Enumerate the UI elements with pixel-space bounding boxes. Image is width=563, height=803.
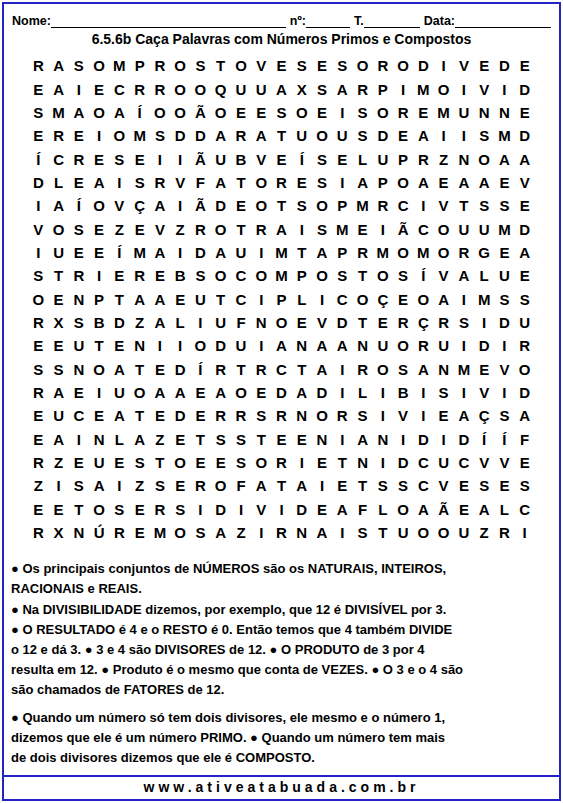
grid-cell[interactable]: A	[433, 287, 453, 310]
grid-cell[interactable]: T	[271, 194, 291, 217]
grid-cell[interactable]: N	[474, 101, 494, 124]
grid-cell[interactable]: F	[352, 498, 372, 521]
grid-cell[interactable]: V	[150, 217, 170, 240]
grid-cell[interactable]: S	[393, 474, 413, 497]
grid-cell[interactable]: O	[312, 404, 332, 427]
grid-cell[interactable]: S	[494, 404, 514, 427]
date-field-line[interactable]	[455, 15, 551, 28]
grid-cell[interactable]: S	[69, 311, 89, 334]
grid-cell[interactable]: A	[211, 241, 231, 264]
grid-cell[interactable]: F	[190, 171, 210, 194]
grid-cell[interactable]: C	[231, 287, 251, 310]
grid-cell[interactable]: Ú	[89, 521, 109, 544]
grid-cell[interactable]: I	[190, 311, 210, 334]
grid-cell[interactable]: E	[28, 124, 48, 147]
grid-cell[interactable]: E	[28, 334, 48, 357]
grid-cell[interactable]: R	[150, 77, 170, 100]
grid-cell[interactable]: E	[332, 474, 352, 497]
grid-cell[interactable]: I	[332, 521, 352, 544]
grid-cell[interactable]: Z	[433, 147, 453, 170]
grid-cell[interactable]: A	[170, 381, 190, 404]
grid-cell[interactable]: S	[454, 311, 474, 334]
grid-cell[interactable]: V	[494, 357, 514, 380]
grid-cell[interactable]: D	[312, 381, 332, 404]
grid-cell[interactable]: Q	[211, 77, 231, 100]
grid-cell[interactable]: V	[474, 451, 494, 474]
grid-cell[interactable]: B	[231, 147, 251, 170]
grid-cell[interactable]: S	[130, 451, 150, 474]
grid-cell[interactable]: E	[352, 217, 372, 240]
grid-cell[interactable]: O	[312, 194, 332, 217]
grid-cell[interactable]: Z	[109, 217, 129, 240]
grid-cell[interactable]: E	[433, 171, 453, 194]
grid-cell[interactable]: I	[454, 124, 474, 147]
grid-cell[interactable]: I	[474, 311, 494, 334]
grid-cell[interactable]: A	[474, 171, 494, 194]
grid-cell[interactable]: N	[130, 334, 150, 357]
grid-cell[interactable]: R	[130, 264, 150, 287]
grid-cell[interactable]: D	[28, 171, 48, 194]
grid-cell[interactable]: R	[231, 124, 251, 147]
grid-cell[interactable]: U	[332, 124, 352, 147]
grid-cell[interactable]: D	[515, 77, 535, 100]
grid-cell[interactable]: I	[433, 428, 453, 451]
grid-cell[interactable]: E	[515, 451, 535, 474]
grid-cell[interactable]: D	[454, 428, 474, 451]
grid-cell[interactable]: E	[494, 474, 514, 497]
grid-cell[interactable]: R	[130, 77, 150, 100]
grid-cell[interactable]: O	[211, 217, 231, 240]
grid-cell[interactable]: I	[109, 171, 129, 194]
grid-cell[interactable]: E	[515, 54, 535, 77]
grid-cell[interactable]: E	[190, 404, 210, 427]
grid-cell[interactable]: R	[413, 147, 433, 170]
grid-cell[interactable]: A	[211, 171, 231, 194]
grid-cell[interactable]: Í	[413, 264, 433, 287]
grid-cell[interactable]: U	[433, 334, 453, 357]
grid-cell[interactable]: A	[150, 241, 170, 264]
grid-cell[interactable]: I	[312, 474, 332, 497]
grid-cell[interactable]: E	[515, 194, 535, 217]
grid-cell[interactable]: V	[515, 171, 535, 194]
grid-cell[interactable]: R	[251, 217, 271, 240]
grid-cell[interactable]: S	[251, 404, 271, 427]
grid-cell[interactable]: Í	[109, 241, 129, 264]
grid-cell[interactable]: I	[454, 381, 474, 404]
grid-cell[interactable]: O	[515, 357, 535, 380]
grid-cell[interactable]: N	[352, 334, 372, 357]
grid-cell[interactable]: Z	[150, 428, 170, 451]
grid-cell[interactable]: E	[69, 451, 89, 474]
grid-cell[interactable]: T	[109, 287, 129, 310]
grid-cell[interactable]: O	[231, 381, 251, 404]
grid-cell[interactable]: A	[352, 171, 372, 194]
grid-cell[interactable]: B	[393, 381, 413, 404]
grid-cell[interactable]: D	[109, 311, 129, 334]
grid-cell[interactable]: I	[454, 77, 474, 100]
grid-cell[interactable]: Í	[494, 428, 514, 451]
grid-cell[interactable]: E	[48, 498, 68, 521]
grid-cell[interactable]: O	[393, 54, 413, 77]
grid-cell[interactable]: I	[109, 474, 129, 497]
grid-cell[interactable]: O	[190, 77, 210, 100]
grid-cell[interactable]: C	[454, 451, 474, 474]
grid-cell[interactable]: A	[69, 101, 89, 124]
grid-cell[interactable]: R	[332, 404, 352, 427]
grid-cell[interactable]: Z	[231, 521, 251, 544]
grid-cell[interactable]: R	[373, 54, 393, 77]
grid-cell[interactable]: O	[393, 498, 413, 521]
grid-cell[interactable]: I	[373, 404, 393, 427]
grid-cell[interactable]: S	[28, 264, 48, 287]
grid-cell[interactable]: O	[413, 287, 433, 310]
grid-cell[interactable]: A	[48, 77, 68, 100]
grid-cell[interactable]: D	[515, 124, 535, 147]
grid-cell[interactable]: I	[28, 194, 48, 217]
grid-cell[interactable]: T	[89, 334, 109, 357]
grid-cell[interactable]: A	[515, 147, 535, 170]
grid-cell[interactable]: E	[190, 381, 210, 404]
grid-cell[interactable]: O	[130, 381, 150, 404]
grid-cell[interactable]: I	[393, 77, 413, 100]
grid-cell[interactable]: T	[454, 194, 474, 217]
grid-cell[interactable]: E	[69, 381, 89, 404]
grid-cell[interactable]: T	[211, 54, 231, 77]
grid-cell[interactable]: S	[292, 194, 312, 217]
grid-cell[interactable]: R	[494, 521, 514, 544]
grid-cell[interactable]: Ã	[393, 217, 413, 240]
grid-cell[interactable]: A	[271, 217, 291, 240]
grid-cell[interactable]: V	[433, 474, 453, 497]
grid-cell[interactable]: N	[312, 428, 332, 451]
grid-cell[interactable]: U	[393, 521, 413, 544]
grid-cell[interactable]: A	[515, 241, 535, 264]
grid-cell[interactable]: S	[231, 428, 251, 451]
grid-cell[interactable]: I	[170, 241, 190, 264]
grid-cell[interactable]: C	[271, 357, 291, 380]
grid-cell[interactable]: E	[89, 404, 109, 427]
grid-cell[interactable]: E	[28, 498, 48, 521]
grid-cell[interactable]: C	[109, 77, 129, 100]
grid-cell[interactable]: I	[89, 264, 109, 287]
grid-cell[interactable]: N	[454, 147, 474, 170]
grid-cell[interactable]: D	[474, 334, 494, 357]
grid-cell[interactable]: R	[28, 451, 48, 474]
grid-cell[interactable]: E	[150, 404, 170, 427]
grid-cell[interactable]: V	[433, 264, 453, 287]
grid-cell[interactable]: R	[433, 311, 453, 334]
grid-cell[interactable]: I	[69, 428, 89, 451]
grid-cell[interactable]: S	[231, 451, 251, 474]
grid-cell[interactable]: A	[494, 147, 514, 170]
grid-cell[interactable]: I	[170, 334, 190, 357]
grid-cell[interactable]: R	[150, 171, 170, 194]
grid-cell[interactable]: A	[454, 264, 474, 287]
grid-cell[interactable]: R	[211, 404, 231, 427]
grid-cell[interactable]: U	[211, 311, 231, 334]
grid-cell[interactable]: O	[150, 101, 170, 124]
grid-cell[interactable]: P	[332, 194, 352, 217]
grid-cell[interactable]: U	[292, 124, 312, 147]
grid-cell[interactable]: V	[109, 194, 129, 217]
grid-cell[interactable]: I	[48, 474, 68, 497]
grid-cell[interactable]: A	[454, 404, 474, 427]
grid-cell[interactable]: A	[413, 357, 433, 380]
grid-cell[interactable]: E	[211, 451, 231, 474]
grid-cell[interactable]: A	[109, 101, 129, 124]
grid-cell[interactable]: N	[292, 334, 312, 357]
grid-cell[interactable]: I	[373, 217, 393, 240]
grid-cell[interactable]: C	[48, 147, 68, 170]
grid-cell[interactable]: V	[312, 311, 332, 334]
grid-cell[interactable]: S	[190, 521, 210, 544]
grid-cell[interactable]: D	[170, 124, 190, 147]
grid-cell[interactable]: F	[231, 311, 251, 334]
grid-cell[interactable]: O	[170, 101, 190, 124]
grid-cell[interactable]: S	[150, 124, 170, 147]
grid-cell[interactable]: A	[312, 357, 332, 380]
grid-cell[interactable]: E	[89, 217, 109, 240]
grid-cell[interactable]: M	[332, 217, 352, 240]
grid-cell[interactable]: R	[69, 147, 89, 170]
grid-cell[interactable]: A	[292, 474, 312, 497]
grid-cell[interactable]: N	[292, 404, 312, 427]
grid-cell[interactable]: D	[515, 381, 535, 404]
grid-cell[interactable]: I	[373, 451, 393, 474]
grid-cell[interactable]: C	[332, 287, 352, 310]
grid-cell[interactable]: T	[352, 311, 372, 334]
grid-cell[interactable]: O	[170, 77, 190, 100]
grid-cell[interactable]: E	[170, 287, 190, 310]
grid-cell[interactable]: A	[109, 357, 129, 380]
grid-cell[interactable]: S	[190, 264, 210, 287]
grid-cell[interactable]: E	[312, 498, 332, 521]
grid-cell[interactable]: S	[28, 101, 48, 124]
grid-cell[interactable]: A	[515, 404, 535, 427]
grid-cell[interactable]: E	[150, 357, 170, 380]
grid-cell[interactable]: S	[211, 428, 231, 451]
grid-cell[interactable]: U	[48, 404, 68, 427]
grid-cell[interactable]: M	[454, 357, 474, 380]
grid-cell[interactable]: G	[474, 241, 494, 264]
grid-cell[interactable]: V	[494, 451, 514, 474]
grid-cell[interactable]: A	[474, 498, 494, 521]
grid-cell[interactable]: D	[494, 54, 514, 77]
grid-cell[interactable]: O	[373, 264, 393, 287]
grid-cell[interactable]: A	[352, 428, 372, 451]
grid-cell[interactable]: U	[494, 264, 514, 287]
grid-cell[interactable]: N	[69, 287, 89, 310]
grid-cell[interactable]: E	[130, 217, 150, 240]
grid-cell[interactable]: S	[433, 381, 453, 404]
grid-cell[interactable]: N	[89, 428, 109, 451]
grid-cell[interactable]: V	[251, 147, 271, 170]
grid-cell[interactable]: E	[251, 381, 271, 404]
grid-cell[interactable]: Ç	[474, 404, 494, 427]
grid-cell[interactable]: M	[271, 264, 291, 287]
grid-cell[interactable]: S	[312, 77, 332, 100]
grid-cell[interactable]: L	[494, 498, 514, 521]
grid-cell[interactable]: T	[292, 357, 312, 380]
grid-cell[interactable]: V	[474, 381, 494, 404]
grid-cell[interactable]: I	[332, 381, 352, 404]
grid-cell[interactable]: S	[130, 171, 150, 194]
grid-cell[interactable]: E	[251, 101, 271, 124]
grid-cell[interactable]: A	[211, 521, 231, 544]
grid-cell[interactable]: O	[48, 217, 68, 240]
grid-cell[interactable]: I	[494, 77, 514, 100]
grid-cell[interactable]: L	[48, 171, 68, 194]
grid-cell[interactable]: D	[211, 498, 231, 521]
grid-cell[interactable]: S	[515, 287, 535, 310]
grid-cell[interactable]: L	[170, 311, 190, 334]
grid-cell[interactable]: I	[494, 381, 514, 404]
grid-cell[interactable]: Z	[474, 521, 494, 544]
grid-cell[interactable]: E	[69, 171, 89, 194]
grid-cell[interactable]: D	[211, 194, 231, 217]
grid-cell[interactable]: X	[48, 521, 68, 544]
grid-cell[interactable]: I	[251, 287, 271, 310]
grid-cell[interactable]: D	[211, 334, 231, 357]
grid-cell[interactable]: A	[454, 171, 474, 194]
grid-cell[interactable]: I	[170, 194, 190, 217]
grid-cell[interactable]: S	[69, 474, 89, 497]
grid-cell[interactable]: I	[89, 381, 109, 404]
grid-cell[interactable]: A	[312, 241, 332, 264]
grid-cell[interactable]: U	[89, 451, 109, 474]
grid-cell[interactable]: V	[28, 217, 48, 240]
grid-cell[interactable]: I	[170, 147, 190, 170]
grid-cell[interactable]: T	[231, 217, 251, 240]
grid-cell[interactable]: I	[150, 147, 170, 170]
grid-cell[interactable]: E	[28, 404, 48, 427]
grid-cell[interactable]: M	[413, 77, 433, 100]
grid-cell[interactable]: S	[109, 147, 129, 170]
grid-cell[interactable]: M	[48, 101, 68, 124]
grid-cell[interactable]: N	[373, 428, 393, 451]
grid-cell[interactable]: P	[271, 287, 291, 310]
grid-cell[interactable]: S	[271, 101, 291, 124]
grid-cell[interactable]: I	[413, 381, 433, 404]
grid-cell[interactable]: E	[373, 311, 393, 334]
grid-cell[interactable]: R	[271, 404, 291, 427]
grid-cell[interactable]: R	[393, 311, 413, 334]
grid-cell[interactable]: O	[190, 334, 210, 357]
grid-cell[interactable]: A	[48, 381, 68, 404]
grid-cell[interactable]: O	[393, 171, 413, 194]
grid-cell[interactable]: R	[352, 357, 372, 380]
grid-cell[interactable]: S	[109, 498, 129, 521]
grid-cell[interactable]: T	[352, 264, 372, 287]
grid-cell[interactable]: I	[332, 428, 352, 451]
grid-cell[interactable]: R	[109, 521, 129, 544]
grid-cell[interactable]: S	[373, 474, 393, 497]
grid-cell[interactable]: I	[393, 428, 413, 451]
grid-cell[interactable]: T	[292, 241, 312, 264]
grid-cell[interactable]: O	[28, 287, 48, 310]
grid-cell[interactable]: P	[373, 171, 393, 194]
grid-cell[interactable]: R	[28, 54, 48, 77]
grid-cell[interactable]: C	[413, 451, 433, 474]
grid-cell[interactable]: O	[170, 54, 190, 77]
grid-cell[interactable]: E	[130, 147, 150, 170]
grid-cell[interactable]: A	[332, 77, 352, 100]
grid-cell[interactable]: A	[109, 404, 129, 427]
grid-cell[interactable]: S	[393, 357, 413, 380]
grid-cell[interactable]: D	[393, 451, 413, 474]
grid-cell[interactable]: I	[433, 124, 453, 147]
grid-cell[interactable]: O	[271, 311, 291, 334]
grid-cell[interactable]: X	[48, 311, 68, 334]
grid-cell[interactable]: P	[130, 54, 150, 77]
grid-cell[interactable]: M	[494, 124, 514, 147]
grid-cell[interactable]: O	[170, 451, 190, 474]
grid-cell[interactable]: E	[89, 147, 109, 170]
grid-cell[interactable]: O	[292, 101, 312, 124]
grid-cell[interactable]: L	[292, 287, 312, 310]
grid-cell[interactable]: R	[515, 334, 535, 357]
grid-cell[interactable]: S	[312, 217, 332, 240]
grid-cell[interactable]: N	[251, 311, 271, 334]
grid-cell[interactable]: E	[89, 241, 109, 264]
grid-cell[interactable]: S	[190, 54, 210, 77]
grid-cell[interactable]: U	[251, 77, 271, 100]
grid-cell[interactable]: I	[190, 498, 210, 521]
grid-cell[interactable]: A	[251, 124, 271, 147]
grid-cell[interactable]: E	[48, 287, 68, 310]
grid-cell[interactable]: A	[150, 381, 170, 404]
grid-cell[interactable]: Í	[69, 194, 89, 217]
grid-cell[interactable]: U	[454, 217, 474, 240]
grid-cell[interactable]: I	[292, 217, 312, 240]
grid-cell[interactable]: N	[69, 357, 89, 380]
grid-cell[interactable]: O	[251, 264, 271, 287]
grid-cell[interactable]: C	[515, 498, 535, 521]
grid-cell[interactable]: E	[109, 264, 129, 287]
grid-cell[interactable]: Í	[292, 147, 312, 170]
grid-cell[interactable]: U	[515, 311, 535, 334]
grid-cell[interactable]: A	[48, 54, 68, 77]
grid-cell[interactable]: I	[231, 498, 251, 521]
grid-cell[interactable]: E	[292, 171, 312, 194]
grid-cell[interactable]: E	[292, 311, 312, 334]
grid-cell[interactable]: Z	[48, 451, 68, 474]
grid-cell[interactable]: M	[474, 287, 494, 310]
grid-cell[interactable]: U	[231, 77, 251, 100]
grid-cell[interactable]: E	[271, 428, 291, 451]
grid-cell[interactable]: R	[211, 357, 231, 380]
grid-cell[interactable]: T	[130, 357, 150, 380]
grid-cell[interactable]: A	[150, 311, 170, 334]
grid-cell[interactable]: D	[170, 357, 190, 380]
grid-cell[interactable]: O	[89, 194, 109, 217]
grid-cell[interactable]: S	[494, 287, 514, 310]
grid-cell[interactable]: I	[373, 381, 393, 404]
grid-cell[interactable]: O	[433, 241, 453, 264]
grid-cell[interactable]: L	[109, 428, 129, 451]
grid-cell[interactable]: A	[211, 124, 231, 147]
grid-cell[interactable]: R	[231, 404, 251, 427]
grid-cell[interactable]: E	[109, 451, 129, 474]
grid-cell[interactable]: I	[413, 194, 433, 217]
grid-cell[interactable]: I	[454, 287, 474, 310]
grid-cell[interactable]: A	[271, 77, 291, 100]
grid-cell[interactable]: M	[413, 241, 433, 264]
grid-cell[interactable]: O	[373, 101, 393, 124]
grid-cell[interactable]: C	[231, 264, 251, 287]
grid-cell[interactable]: X	[292, 77, 312, 100]
grid-cell[interactable]: A	[130, 428, 150, 451]
